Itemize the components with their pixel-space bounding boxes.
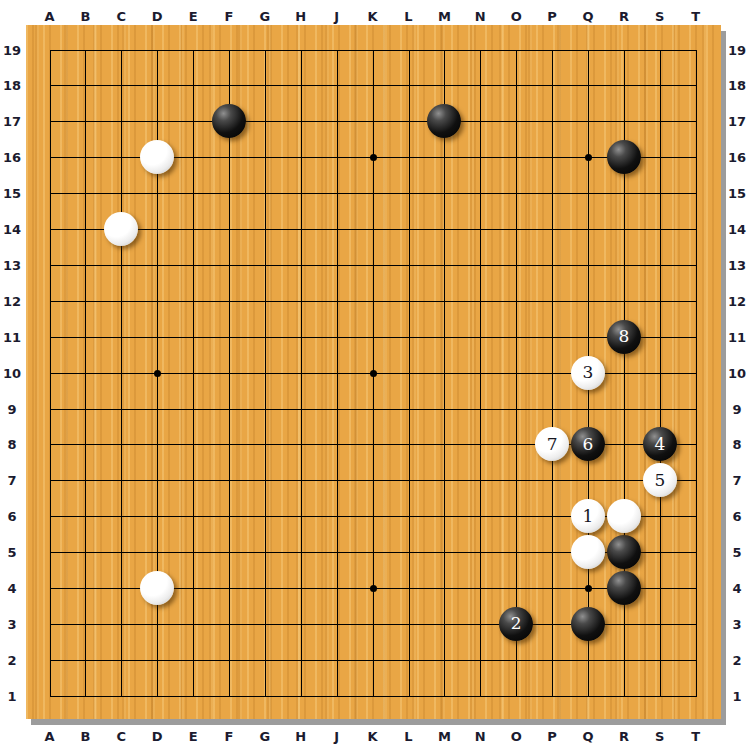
- stone-white-Q10: 3: [571, 356, 605, 390]
- row-label-right-5: 5: [732, 545, 741, 560]
- row-label-left-11: 11: [3, 329, 21, 344]
- stone-white-D4: [140, 571, 174, 605]
- stone-black-F17: [212, 104, 246, 138]
- stone-white-R6: [607, 499, 641, 533]
- col-label-bottom-E: E: [189, 729, 198, 744]
- star-point-K4: [370, 585, 377, 592]
- stone-black-R11: 8: [607, 320, 641, 354]
- row-label-left-14: 14: [3, 222, 21, 237]
- row-label-left-2: 2: [7, 652, 16, 667]
- grid-line-horizontal: [50, 660, 697, 661]
- stone-white-Q6: 1: [571, 499, 605, 533]
- stone-black-Q3: [571, 607, 605, 641]
- star-point-Q4: [585, 585, 592, 592]
- star-point-Q16: [585, 154, 592, 161]
- row-label-left-5: 5: [7, 545, 16, 560]
- grid-line-vertical: [444, 50, 445, 697]
- move-number-6: 6: [583, 436, 594, 453]
- grid-line-vertical: [696, 50, 697, 697]
- stone-black-R4: [607, 571, 641, 605]
- col-label-top-R: R: [619, 9, 629, 24]
- row-label-right-8: 8: [732, 437, 741, 452]
- col-label-bottom-K: K: [368, 729, 378, 744]
- stone-black-R5: [607, 535, 641, 569]
- row-label-right-3: 3: [732, 616, 741, 631]
- grid-line-vertical: [480, 50, 481, 697]
- col-label-bottom-S: S: [655, 729, 664, 744]
- row-label-right-18: 18: [728, 78, 746, 93]
- col-label-bottom-O: O: [511, 729, 522, 744]
- row-label-right-10: 10: [728, 365, 746, 380]
- row-label-left-7: 7: [7, 473, 16, 488]
- row-label-left-13: 13: [3, 257, 21, 272]
- row-label-right-15: 15: [728, 186, 746, 201]
- grid-line-vertical: [409, 50, 410, 697]
- col-label-bottom-P: P: [547, 729, 557, 744]
- col-label-top-O: O: [511, 9, 522, 24]
- col-label-bottom-F: F: [225, 729, 234, 744]
- row-label-left-15: 15: [3, 186, 21, 201]
- move-number-1: 1: [583, 508, 594, 525]
- row-label-right-13: 13: [728, 257, 746, 272]
- col-label-top-M: M: [438, 9, 451, 24]
- row-label-right-6: 6: [732, 509, 741, 524]
- col-label-bottom-R: R: [619, 729, 629, 744]
- stone-white-S7: 5: [643, 463, 677, 497]
- row-label-right-2: 2: [732, 652, 741, 667]
- row-label-left-18: 18: [3, 78, 21, 93]
- col-label-top-B: B: [80, 9, 90, 24]
- col-label-bottom-C: C: [117, 729, 127, 744]
- stone-black-O3: 2: [499, 607, 533, 641]
- row-label-right-19: 19: [728, 42, 746, 57]
- row-label-left-9: 9: [7, 401, 16, 416]
- stone-white-C14: [104, 212, 138, 246]
- col-label-top-T: T: [691, 9, 700, 24]
- col-label-top-E: E: [189, 9, 198, 24]
- row-label-right-11: 11: [728, 329, 746, 344]
- col-label-top-G: G: [260, 9, 271, 24]
- col-label-bottom-M: M: [438, 729, 451, 744]
- stone-black-Q8: 6: [571, 427, 605, 461]
- move-number-3: 3: [583, 364, 594, 381]
- grid-line-horizontal: [50, 696, 697, 697]
- grid-line-horizontal: [50, 480, 697, 481]
- row-label-right-17: 17: [728, 114, 746, 129]
- move-number-2: 2: [511, 615, 522, 632]
- stone-black-S8: 4: [643, 427, 677, 461]
- row-label-left-10: 10: [3, 365, 21, 380]
- col-label-bottom-Q: Q: [582, 729, 593, 744]
- row-label-left-4: 4: [7, 581, 16, 596]
- stone-black-R16: [607, 140, 641, 174]
- col-label-top-L: L: [404, 9, 412, 24]
- col-label-bottom-A: A: [44, 729, 54, 744]
- row-label-left-1: 1: [7, 688, 16, 703]
- go-diagram: 84623751 AABBCCDDEEFFGGHHJJKKLLMMNNOOPPQ…: [0, 0, 750, 750]
- col-label-top-J: J: [334, 9, 339, 24]
- col-label-bottom-G: G: [260, 729, 271, 744]
- move-number-8: 8: [618, 328, 629, 345]
- row-label-right-12: 12: [728, 293, 746, 308]
- row-label-left-12: 12: [3, 293, 21, 308]
- col-label-top-A: A: [44, 9, 54, 24]
- row-label-left-16: 16: [3, 150, 21, 165]
- row-label-left-19: 19: [3, 42, 21, 57]
- col-label-top-F: F: [225, 9, 234, 24]
- row-label-right-4: 4: [732, 581, 741, 596]
- col-label-top-H: H: [295, 9, 306, 24]
- col-label-top-Q: Q: [582, 9, 593, 24]
- star-point-K16: [370, 154, 377, 161]
- grid-line-vertical: [516, 50, 517, 697]
- grid-line-vertical: [552, 50, 553, 697]
- row-label-right-9: 9: [732, 401, 741, 416]
- col-label-bottom-L: L: [404, 729, 412, 744]
- move-number-4: 4: [654, 436, 665, 453]
- row-label-right-7: 7: [732, 473, 741, 488]
- row-label-right-14: 14: [728, 222, 746, 237]
- go-board[interactable]: 84623751: [26, 25, 721, 719]
- row-label-right-1: 1: [732, 688, 741, 703]
- col-label-top-P: P: [547, 9, 557, 24]
- col-label-bottom-H: H: [295, 729, 306, 744]
- col-label-top-C: C: [117, 9, 127, 24]
- stone-black-M17: [427, 104, 461, 138]
- col-label-top-K: K: [368, 9, 378, 24]
- col-label-top-D: D: [152, 9, 163, 24]
- row-label-right-16: 16: [728, 150, 746, 165]
- row-label-left-3: 3: [7, 616, 16, 631]
- move-number-7: 7: [547, 436, 558, 453]
- grid-line-vertical: [660, 50, 661, 697]
- move-number-5: 5: [654, 472, 665, 489]
- row-label-left-8: 8: [7, 437, 16, 452]
- col-label-top-N: N: [475, 9, 486, 24]
- row-label-left-6: 6: [7, 509, 16, 524]
- col-label-top-S: S: [655, 9, 664, 24]
- col-label-bottom-D: D: [152, 729, 163, 744]
- grid-line-horizontal: [50, 409, 697, 410]
- col-label-bottom-T: T: [691, 729, 700, 744]
- col-label-bottom-N: N: [475, 729, 486, 744]
- stone-white-Q5: [571, 535, 605, 569]
- stone-white-P8: 7: [535, 427, 569, 461]
- row-label-left-17: 17: [3, 114, 21, 129]
- star-point-K10: [370, 370, 377, 377]
- star-point-D10: [154, 370, 161, 377]
- col-label-bottom-J: J: [334, 729, 339, 744]
- stone-white-D16: [140, 140, 174, 174]
- col-label-bottom-B: B: [80, 729, 90, 744]
